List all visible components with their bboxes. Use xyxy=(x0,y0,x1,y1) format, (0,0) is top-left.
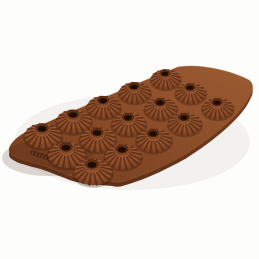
cavity-hole xyxy=(69,112,77,117)
cavity-hole xyxy=(88,162,97,168)
cavity-hole xyxy=(130,84,137,89)
cavity-hole xyxy=(213,100,220,105)
chocolate-mold-render xyxy=(0,0,259,259)
cavity-hole xyxy=(38,126,47,131)
cavity-hole xyxy=(93,130,101,135)
cavity-hole xyxy=(118,147,127,152)
product-image-canvas xyxy=(0,0,259,259)
cavity-hole xyxy=(156,100,163,105)
cavity-hole xyxy=(124,115,132,120)
cavity-hole xyxy=(180,115,188,120)
cavity-hole xyxy=(149,131,157,136)
cavity-hole xyxy=(62,145,71,151)
cavity-hole xyxy=(186,85,193,89)
cavity-hole xyxy=(99,98,107,103)
cavity-hole xyxy=(162,71,169,75)
